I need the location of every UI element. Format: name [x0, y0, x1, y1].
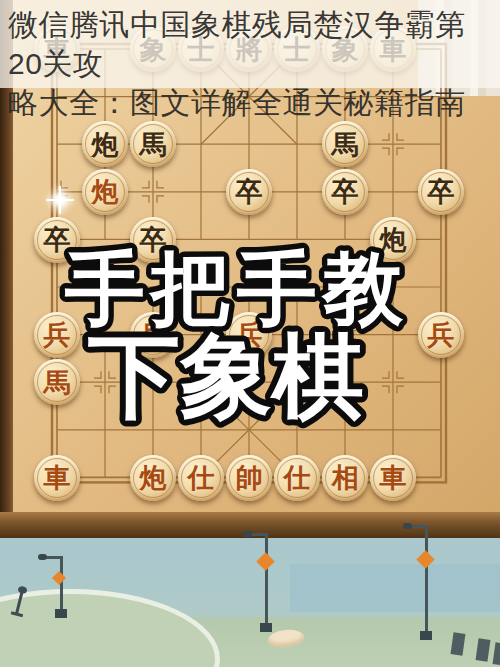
street-lamp-icon: [425, 525, 428, 638]
piece-red-elephant[interactable]: 相: [321, 454, 369, 502]
sparkle-icon: [44, 184, 76, 216]
piece-black-soldier[interactable]: 卒: [417, 168, 465, 216]
piece-glyph: 車: [380, 464, 407, 491]
piece-glyph: 帥: [236, 464, 263, 491]
caption-overlay: 手把手教 下象棋: [0, 228, 500, 433]
seaside-scene: [0, 538, 500, 667]
title-line2: 略大全：图文详解全通关秘籍指南: [8, 83, 494, 122]
piece-black-horse[interactable]: 馬: [129, 121, 177, 169]
title-line1: 微信腾讯中国象棋残局楚汉争霸第20关攻: [8, 5, 494, 83]
caption-line2: 下象棋: [88, 325, 364, 427]
piece-black-soldier[interactable]: 卒: [225, 168, 273, 216]
piece-red-chariot[interactable]: 車: [33, 454, 81, 502]
piece-glyph: 馬: [140, 131, 167, 158]
caption-line1: 手把手教: [64, 244, 409, 333]
piece-black-horse[interactable]: 馬: [321, 121, 369, 169]
piece-glyph: 炮: [92, 178, 119, 205]
piece-glyph: 相: [332, 464, 359, 491]
piece-glyph: 炮: [92, 131, 119, 158]
board-photo: 車象士將士象車炮馬馬炮卒卒卒卒卒炮兵兵兵兵馬車炮仕帥仕相車 手把手教 下象棋 微…: [0, 0, 500, 538]
piece-glyph: 仕: [188, 464, 215, 491]
street-lamp-icon: [265, 533, 268, 630]
title-bar: 微信腾讯中国象棋残局楚汉争霸第20关攻 略大全：图文详解全通关秘籍指南: [0, 0, 500, 88]
road-arc: [0, 589, 220, 667]
piece-glyph: 炮: [140, 464, 167, 491]
piece-red-cannon[interactable]: 炮: [129, 454, 177, 502]
piece-red-chariot[interactable]: 車: [369, 454, 417, 502]
piece-glyph: 馬: [332, 131, 359, 158]
piece-red-advisor[interactable]: 仕: [177, 454, 225, 502]
piece-glyph: 卒: [332, 178, 359, 205]
piece-glyph: 卒: [236, 178, 263, 205]
piece-glyph: 卒: [428, 178, 455, 205]
piece-red-general[interactable]: 帥: [225, 454, 273, 502]
piece-red-advisor[interactable]: 仕: [273, 454, 321, 502]
piece-black-cannon[interactable]: 炮: [81, 121, 129, 169]
piece-glyph: 車: [44, 464, 71, 491]
street-lamp-icon: [60, 556, 63, 616]
sea: [290, 564, 500, 612]
piece-black-soldier[interactable]: 卒: [321, 168, 369, 216]
piece-red-cannon[interactable]: 炮: [81, 168, 129, 216]
piece-glyph: 仕: [284, 464, 311, 491]
